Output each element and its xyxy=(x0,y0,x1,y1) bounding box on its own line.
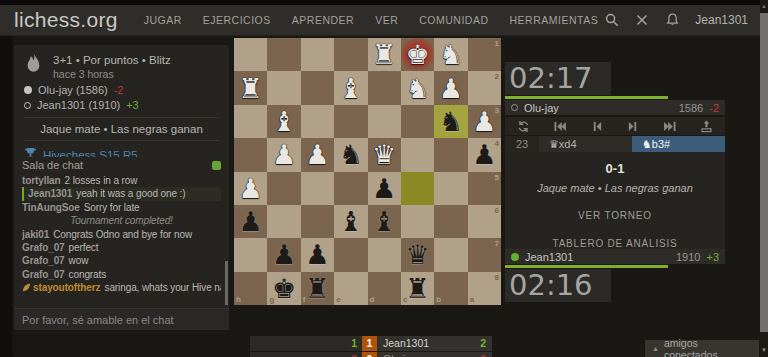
player-row[interactable]: Jean1301 1910 +3 xyxy=(505,249,725,264)
lichess-logo[interactable]: lichess.org xyxy=(14,8,118,32)
result-status: Jaque mate • Las negras ganan xyxy=(505,176,725,194)
black-pawn-g7: ♟ xyxy=(267,238,300,271)
first-move-button[interactable] xyxy=(548,118,572,134)
square-f3[interactable] xyxy=(301,105,334,138)
user-menu[interactable]: Jean1301 xyxy=(695,13,748,27)
expand-up-icon: ▲ xyxy=(652,345,659,352)
square-a4[interactable]: ♟4 xyxy=(468,138,501,171)
square-h8[interactable]: h xyxy=(234,272,267,305)
search-icon[interactable] xyxy=(605,13,619,27)
rank-cell: 1 xyxy=(362,336,377,351)
close-icon[interactable] xyxy=(635,13,649,27)
game-result-cell: 0 xyxy=(250,352,362,357)
square-a1[interactable]: 1 xyxy=(468,38,501,71)
square-e2[interactable]: ♝ xyxy=(334,71,367,104)
square-a2[interactable]: 2 xyxy=(468,71,501,104)
white-color-icon xyxy=(511,104,518,111)
black-knight-b3: ♞ xyxy=(434,105,467,138)
nav-menu: JUGAREJERCICIOSAPRENDERVERCOMUNIDADHERRA… xyxy=(144,14,598,26)
chat-message: Jean1301yeah it was a good one :) xyxy=(22,187,221,200)
black-rating-delta: +3 xyxy=(126,99,139,111)
rank-label: 4 xyxy=(495,139,499,148)
white-color-icon xyxy=(24,86,32,94)
standings-row-jean1301[interactable]: 11Jean13012 xyxy=(250,336,492,351)
view-tournament-button[interactable]: VER TORNEO xyxy=(578,210,652,221)
move-list-row: 23 ♛xd4 ♞b3# xyxy=(505,136,725,152)
square-g1[interactable] xyxy=(267,38,300,71)
white-pawn-h5: ♟ xyxy=(234,172,267,205)
opponent-clock-bar xyxy=(505,96,668,99)
white-rook-d1: ♜ xyxy=(368,38,401,71)
standings-player-name: Olu-jay xyxy=(383,353,480,357)
nav-item-ejercicios[interactable]: EJERCICIOS xyxy=(203,14,271,26)
square-b8[interactable]: b xyxy=(434,272,467,305)
nav-right: Jean1301 xyxy=(605,13,748,27)
chat-username[interactable]: stayoutoftherz xyxy=(33,282,101,293)
square-d7[interactable] xyxy=(368,238,401,271)
square-b5[interactable] xyxy=(434,172,467,205)
chat-input[interactable] xyxy=(14,308,229,330)
opponent-clock: 02:17 xyxy=(505,62,611,95)
square-g2[interactable] xyxy=(267,71,300,104)
nav-item-ver[interactable]: VER xyxy=(375,14,398,26)
square-h4[interactable] xyxy=(234,138,267,171)
bell-icon[interactable] xyxy=(665,13,679,27)
result-panel: 0-1 Jaque mate • Las negras ganan VER TO… xyxy=(505,152,725,249)
chat-username[interactable]: Grafo_07 xyxy=(22,242,65,253)
white-knight-b1: ♞ xyxy=(434,38,467,71)
game-result-cell: 1 xyxy=(250,336,362,351)
rank-label: 7 xyxy=(495,239,499,248)
chat-panel: Sala de chat tortyllan2 losses in a rowJ… xyxy=(14,157,229,330)
square-d5[interactable]: ♟ xyxy=(368,172,401,205)
chess-board: ♜♚♞1♜♝♞♟2♝♞♟3♟♟♞♛♟4♟♟5♟♝♝6♟♟♛7h♚g♜fed♜cb… xyxy=(234,38,501,305)
analysis-icon[interactable] xyxy=(695,118,719,134)
chat-header: Sala de chat xyxy=(14,157,229,171)
square-a7[interactable]: 7 xyxy=(468,238,501,271)
black-rook-f8: ♜ xyxy=(301,272,334,305)
game-status-text: Jaque mate • Las negras ganan xyxy=(24,117,219,141)
chat-message: jaki01Congrats Odno and bye for now xyxy=(22,228,221,241)
flip-icon[interactable] xyxy=(511,118,535,134)
square-h5[interactable]: ♟ xyxy=(234,172,267,205)
analysis-board-button[interactable]: TABLERO DE ANÁLISIS xyxy=(552,238,677,249)
white-bishop-e2: ♝ xyxy=(334,71,367,104)
chat-username[interactable]: Grafo_07 xyxy=(22,269,65,280)
chat-message: Grafo_07congrats xyxy=(22,268,221,281)
square-g6[interactable] xyxy=(267,205,300,238)
square-f6[interactable] xyxy=(301,205,334,238)
friends-label: amigos conectados xyxy=(664,337,752,357)
top-navbar: lichess.org JUGAREJERCICIOSAPRENDERVERCO… xyxy=(0,5,760,36)
square-h3[interactable] xyxy=(234,105,267,138)
chat-message: stayoutoftherzsaringa, whats your Hive n… xyxy=(22,281,221,295)
white-rating-delta: -2 xyxy=(114,84,124,96)
rank-label: 2 xyxy=(495,72,499,81)
player-delta: +3 xyxy=(706,251,719,263)
page: lichess.org JUGAREJERCICIOSAPRENDERVERCO… xyxy=(0,0,768,357)
square-h6[interactable]: ♟ xyxy=(234,205,267,238)
rank-label: 3 xyxy=(495,106,499,115)
friends-bar[interactable]: ▲ amigos conectados xyxy=(645,340,759,357)
page-scrollbar[interactable]: ▲ ▼ xyxy=(760,0,768,357)
rank-cell: 0 xyxy=(362,352,377,357)
black-color-icon xyxy=(24,102,31,109)
chat-username[interactable]: jaki01 xyxy=(22,229,49,240)
square-f7[interactable]: ♟ xyxy=(301,238,334,271)
black-bishop-e6: ♝ xyxy=(334,205,367,238)
file-label: e xyxy=(336,295,340,304)
black-player-name: Jean1301 (1910) xyxy=(37,99,120,111)
prev-move-button[interactable] xyxy=(585,118,609,134)
square-b3[interactable]: ♞ xyxy=(434,105,467,138)
square-b4[interactable] xyxy=(434,138,467,171)
square-c1[interactable]: ♚ xyxy=(401,38,434,71)
white-king-c1: ♚ xyxy=(401,38,434,71)
square-f4[interactable]: ♟ xyxy=(301,138,334,171)
white-rook-h2: ♜ xyxy=(234,71,267,104)
opponent-name: Olu-jay xyxy=(524,102,559,114)
square-a5[interactable]: 5 xyxy=(468,172,501,205)
square-e8[interactable]: e xyxy=(334,272,367,305)
square-f2[interactable] xyxy=(301,71,334,104)
result-score: 0-1 xyxy=(505,152,725,176)
square-c7[interactable]: ♛ xyxy=(401,238,434,271)
rank-label: 5 xyxy=(495,173,499,182)
nav-item-aprender[interactable]: APRENDER xyxy=(292,14,354,26)
white-pawn-f4: ♟ xyxy=(301,138,334,171)
file-label: b xyxy=(436,295,441,304)
square-e7[interactable] xyxy=(334,238,367,271)
chat-username[interactable]: Grafo_07 xyxy=(22,255,65,266)
square-e1[interactable] xyxy=(334,38,367,71)
white-pawn-g4: ♟ xyxy=(267,138,300,171)
square-e5[interactable] xyxy=(334,172,367,205)
patron-feather-icon xyxy=(22,282,31,295)
game-info-header: 3+1 • Por puntos • Blitz hace 3 horas xyxy=(24,52,219,81)
black-pawn-h6: ♟ xyxy=(234,205,267,238)
chat-message: Grafo_07wow xyxy=(22,254,221,267)
move-controls xyxy=(505,117,725,135)
square-a6[interactable]: 6 xyxy=(468,205,501,238)
white-pawn-b2: ♟ xyxy=(434,71,467,104)
black-pawn-f7: ♟ xyxy=(301,238,334,271)
square-e4[interactable]: ♞ xyxy=(334,138,367,171)
white-bishop-g3: ♝ xyxy=(267,105,300,138)
chat-username[interactable]: Jean1301 xyxy=(28,188,72,199)
square-c5[interactable] xyxy=(401,172,434,205)
player-rating: 1910 xyxy=(676,251,700,263)
chat-title: Sala de chat xyxy=(22,159,83,171)
player-name: Jean1301 xyxy=(525,251,573,263)
black-move-selected[interactable]: ♞b3# xyxy=(632,136,725,152)
white-move[interactable]: ♛xd4 xyxy=(539,136,632,152)
black-pawn-d5: ♟ xyxy=(368,172,401,205)
square-f8[interactable]: ♜f xyxy=(301,272,334,305)
square-c4[interactable] xyxy=(401,138,434,171)
standings-row-olu-jay[interactable]: 00Olu-jay0 xyxy=(250,352,492,357)
square-d6[interactable]: ♝ xyxy=(368,205,401,238)
square-f5[interactable] xyxy=(301,172,334,205)
square-b1[interactable]: ♞ xyxy=(434,38,467,71)
nav-item-herramientas[interactable]: HERRAMIENTAS xyxy=(510,14,599,26)
square-c8[interactable]: ♜c xyxy=(401,272,434,305)
player-clock: 02:16 xyxy=(505,269,611,302)
opponent-rating: 1586 xyxy=(679,102,703,114)
standings-score: 2 xyxy=(480,337,486,351)
blitz-flame-icon xyxy=(24,52,43,81)
rank-label: 8 xyxy=(495,273,499,282)
game-info-panel: 3+1 • Por puntos • Blitz hace 3 horas Ol… xyxy=(14,45,229,168)
square-h1[interactable] xyxy=(234,38,267,71)
square-d1[interactable]: ♜ xyxy=(368,38,401,71)
black-bishop-d6: ♝ xyxy=(368,205,401,238)
square-b7[interactable] xyxy=(434,238,467,271)
square-c3[interactable] xyxy=(401,105,434,138)
file-label: a xyxy=(470,295,474,304)
chat-username[interactable]: TinAungSoe xyxy=(22,202,80,213)
chat-toggle[interactable] xyxy=(212,161,221,170)
chat-message: TinAungSoeSorry for late xyxy=(22,201,221,214)
chat-username[interactable]: tortyllan xyxy=(22,175,61,186)
square-d4[interactable]: ♛ xyxy=(368,138,401,171)
file-label: h xyxy=(236,295,241,304)
white-player-line[interactable]: Olu-jay (1586) -2 xyxy=(24,84,219,96)
square-b2[interactable]: ♟ xyxy=(434,71,467,104)
square-a8[interactable]: 8a xyxy=(468,272,501,305)
tournament-standings: 11Jean1301200Olu-jay0 xyxy=(250,336,492,357)
square-d2[interactable] xyxy=(368,71,401,104)
file-label: d xyxy=(370,295,375,304)
file-label: f xyxy=(303,295,306,304)
square-g4[interactable]: ♟ xyxy=(267,138,300,171)
square-a3[interactable]: ♟3 xyxy=(468,105,501,138)
scroll-down-icon[interactable]: ▼ xyxy=(760,345,768,356)
square-c6[interactable] xyxy=(401,205,434,238)
standings-player-name: Jean1301 xyxy=(383,337,480,351)
last-move-button[interactable] xyxy=(658,118,682,134)
black-queen-c7: ♛ xyxy=(401,238,434,271)
square-e6[interactable]: ♝ xyxy=(334,205,367,238)
black-knight-e4: ♞ xyxy=(334,138,367,171)
white-queen-d4: ♛ xyxy=(368,138,401,171)
rank-label: 1 xyxy=(495,39,499,48)
square-d8[interactable]: d xyxy=(368,272,401,305)
square-g7[interactable]: ♟ xyxy=(267,238,300,271)
square-h2[interactable]: ♜ xyxy=(234,71,267,104)
white-knight-c2: ♞ xyxy=(401,71,434,104)
nav-item-comunidad[interactable]: COMUNIDAD xyxy=(419,14,488,26)
chat-system-message: Tournament completed! xyxy=(22,214,221,227)
chat-scrollbar[interactable] xyxy=(225,261,228,305)
square-f1[interactable] xyxy=(301,38,334,71)
chat-message: tortyllan2 losses in a row xyxy=(22,174,221,187)
chat-message: Grafo_07perfect xyxy=(22,241,221,254)
square-d3[interactable] xyxy=(368,105,401,138)
online-dot-icon xyxy=(511,253,519,261)
scrollbar-thumb[interactable] xyxy=(760,13,768,332)
file-label: g xyxy=(269,295,274,304)
game-setup: 3+1 • Por puntos • Blitz xyxy=(53,54,171,66)
opponent-delta: -2 xyxy=(709,102,719,114)
square-g3[interactable]: ♝ xyxy=(267,105,300,138)
black-player-line[interactable]: Jean1301 (1910) +3 xyxy=(24,99,219,111)
move-number: 23 xyxy=(505,136,539,152)
nav-item-jugar[interactable]: JUGAR xyxy=(144,14,182,26)
square-g5[interactable] xyxy=(267,172,300,205)
square-e3[interactable] xyxy=(334,105,367,138)
square-g8[interactable]: ♚g xyxy=(267,272,300,305)
standings-score: 0 xyxy=(480,353,486,357)
opponent-row[interactable]: Olu-jay 1586 -2 xyxy=(505,100,725,115)
game-time-ago: hace 3 horas xyxy=(53,68,171,80)
file-label: c xyxy=(403,295,407,304)
rank-label: 6 xyxy=(495,206,499,215)
scroll-up-icon[interactable]: ▲ xyxy=(760,1,768,12)
square-b6[interactable] xyxy=(434,205,467,238)
white-player-name: Olu-jay (1586) xyxy=(38,84,108,96)
next-move-button[interactable] xyxy=(621,118,645,134)
square-c2[interactable]: ♞ xyxy=(401,71,434,104)
square-h7[interactable] xyxy=(234,238,267,271)
chat-message-list: tortyllan2 losses in a rowJean1301yeah i… xyxy=(14,171,229,296)
